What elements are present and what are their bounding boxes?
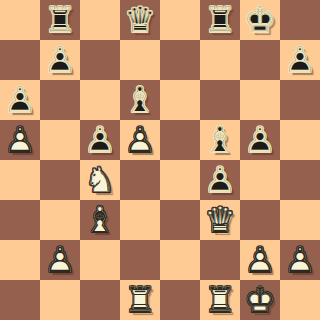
square-h7[interactable]: ♟♙ <box>280 40 320 80</box>
piece-outline-glyph: ♔ <box>240 0 280 40</box>
square-f7[interactable] <box>200 40 240 80</box>
black-pawn-b7[interactable]: ♟♙ <box>40 40 80 80</box>
piece-outline-glyph: ♙ <box>0 120 40 160</box>
black-pawn-c5[interactable]: ♟♙ <box>80 120 120 160</box>
square-c3[interactable]: ♝♗ <box>80 200 120 240</box>
piece-outline-glyph: ♖ <box>200 280 240 320</box>
black-pawn-g5[interactable]: ♟♙ <box>240 120 280 160</box>
white-king-g1[interactable]: ♚♔ <box>240 280 280 320</box>
square-d6[interactable]: ♝♗ <box>120 80 160 120</box>
square-f5[interactable]: ♝♗ <box>200 120 240 160</box>
white-rook-d1[interactable]: ♜♖ <box>120 280 160 320</box>
white-pawn-d5[interactable]: ♟♙ <box>120 120 160 160</box>
square-g2[interactable]: ♟♙ <box>240 240 280 280</box>
black-rook-b8[interactable]: ♜♖ <box>40 0 80 40</box>
black-rook-f8[interactable]: ♜♖ <box>200 0 240 40</box>
piece-outline-glyph: ♙ <box>280 240 320 280</box>
square-g6[interactable] <box>240 80 280 120</box>
square-b7[interactable]: ♟♙ <box>40 40 80 80</box>
square-d3[interactable] <box>120 200 160 240</box>
square-h8[interactable] <box>280 0 320 40</box>
piece-outline-glyph: ♙ <box>200 160 240 200</box>
piece-fill-glyph: ♟ <box>80 120 120 160</box>
square-h6[interactable] <box>280 80 320 120</box>
piece-fill-glyph: ♟ <box>240 120 280 160</box>
black-bishop-f5[interactable]: ♝♗ <box>200 120 240 160</box>
white-queen-f3[interactable]: ♛♕ <box>200 200 240 240</box>
square-e8[interactable] <box>160 0 200 40</box>
black-pawn-a6[interactable]: ♟♙ <box>0 80 40 120</box>
piece-outline-glyph: ♙ <box>120 120 160 160</box>
piece-fill-glyph: ♝ <box>120 80 160 120</box>
piece-fill-glyph: ♛ <box>120 0 160 40</box>
piece-outline-glyph: ♙ <box>0 80 40 120</box>
piece-fill-glyph: ♟ <box>120 120 160 160</box>
square-b1[interactable] <box>40 280 80 320</box>
square-g7[interactable] <box>240 40 280 80</box>
piece-outline-glyph: ♙ <box>280 40 320 80</box>
square-a5[interactable]: ♟♙ <box>0 120 40 160</box>
square-e5[interactable] <box>160 120 200 160</box>
black-king-g8[interactable]: ♚♔ <box>240 0 280 40</box>
square-h3[interactable] <box>280 200 320 240</box>
white-pawn-b2[interactable]: ♟♙ <box>40 240 80 280</box>
piece-outline-glyph: ♙ <box>40 40 80 80</box>
square-a1[interactable] <box>0 280 40 320</box>
piece-outline-glyph: ♙ <box>240 120 280 160</box>
square-c7[interactable] <box>80 40 120 80</box>
piece-fill-glyph: ♝ <box>200 120 240 160</box>
black-queen-d8[interactable]: ♛♕ <box>120 0 160 40</box>
piece-outline-glyph: ♗ <box>200 120 240 160</box>
square-h1[interactable] <box>280 280 320 320</box>
white-pawn-g2[interactable]: ♟♙ <box>240 240 280 280</box>
square-b4[interactable] <box>40 160 80 200</box>
square-c6[interactable] <box>80 80 120 120</box>
piece-fill-glyph: ♟ <box>280 240 320 280</box>
piece-outline-glyph: ♕ <box>120 0 160 40</box>
white-pawn-h2[interactable]: ♟♙ <box>280 240 320 280</box>
square-e7[interactable] <box>160 40 200 80</box>
square-h2[interactable]: ♟♙ <box>280 240 320 280</box>
square-a2[interactable] <box>0 240 40 280</box>
square-g5[interactable]: ♟♙ <box>240 120 280 160</box>
square-f1[interactable]: ♜♖ <box>200 280 240 320</box>
square-d4[interactable] <box>120 160 160 200</box>
piece-fill-glyph: ♟ <box>0 80 40 120</box>
square-b6[interactable] <box>40 80 80 120</box>
piece-fill-glyph: ♜ <box>200 280 240 320</box>
piece-fill-glyph: ♟ <box>200 160 240 200</box>
black-pawn-f4[interactable]: ♟♙ <box>200 160 240 200</box>
piece-outline-glyph: ♙ <box>80 120 120 160</box>
piece-outline-glyph: ♙ <box>40 240 80 280</box>
square-e4[interactable] <box>160 160 200 200</box>
square-e3[interactable] <box>160 200 200 240</box>
white-rook-f1[interactable]: ♜♖ <box>200 280 240 320</box>
square-d1[interactable]: ♜♖ <box>120 280 160 320</box>
square-a7[interactable] <box>0 40 40 80</box>
white-knight-c4[interactable]: ♞♘ <box>80 160 120 200</box>
square-a6[interactable]: ♟♙ <box>0 80 40 120</box>
square-d5[interactable]: ♟♙ <box>120 120 160 160</box>
chess-board: ♜♖♛♕♜♖♚♔♟♙♟♙♟♙♝♗♟♙♟♙♟♙♝♗♟♙♞♘♟♙♝♗♛♕♟♙♟♙♟♙… <box>0 0 320 320</box>
square-g4[interactable] <box>240 160 280 200</box>
piece-outline-glyph: ♗ <box>80 200 120 240</box>
piece-fill-glyph: ♞ <box>80 160 120 200</box>
piece-fill-glyph: ♚ <box>240 0 280 40</box>
square-g1[interactable]: ♚♔ <box>240 280 280 320</box>
white-bishop-c3[interactable]: ♝♗ <box>80 200 120 240</box>
piece-fill-glyph: ♟ <box>280 40 320 80</box>
square-e1[interactable] <box>160 280 200 320</box>
square-d7[interactable] <box>120 40 160 80</box>
square-h4[interactable] <box>280 160 320 200</box>
square-b8[interactable]: ♜♖ <box>40 0 80 40</box>
square-f3[interactable]: ♛♕ <box>200 200 240 240</box>
piece-outline-glyph: ♖ <box>120 280 160 320</box>
piece-fill-glyph: ♚ <box>240 280 280 320</box>
square-f8[interactable]: ♜♖ <box>200 0 240 40</box>
square-c2[interactable] <box>80 240 120 280</box>
square-b3[interactable] <box>40 200 80 240</box>
square-f2[interactable] <box>200 240 240 280</box>
piece-fill-glyph: ♟ <box>240 240 280 280</box>
square-c1[interactable] <box>80 280 120 320</box>
piece-fill-glyph: ♜ <box>120 280 160 320</box>
square-e2[interactable] <box>160 240 200 280</box>
black-bishop-d6[interactable]: ♝♗ <box>120 80 160 120</box>
black-pawn-h7[interactable]: ♟♙ <box>280 40 320 80</box>
square-d2[interactable] <box>120 240 160 280</box>
square-d8[interactable]: ♛♕ <box>120 0 160 40</box>
square-a4[interactable] <box>0 160 40 200</box>
piece-outline-glyph: ♖ <box>40 0 80 40</box>
square-b5[interactable] <box>40 120 80 160</box>
square-a3[interactable] <box>0 200 40 240</box>
square-c5[interactable]: ♟♙ <box>80 120 120 160</box>
piece-outline-glyph: ♕ <box>200 200 240 240</box>
piece-fill-glyph: ♟ <box>40 40 80 80</box>
square-e6[interactable] <box>160 80 200 120</box>
piece-fill-glyph: ♟ <box>40 240 80 280</box>
piece-fill-glyph: ♟ <box>0 120 40 160</box>
piece-outline-glyph: ♖ <box>200 0 240 40</box>
square-g8[interactable]: ♚♔ <box>240 0 280 40</box>
square-c4[interactable]: ♞♘ <box>80 160 120 200</box>
piece-outline-glyph: ♗ <box>120 80 160 120</box>
piece-fill-glyph: ♝ <box>80 200 120 240</box>
square-c8[interactable] <box>80 0 120 40</box>
square-h5[interactable] <box>280 120 320 160</box>
piece-fill-glyph: ♜ <box>200 0 240 40</box>
piece-outline-glyph: ♔ <box>240 280 280 320</box>
piece-outline-glyph: ♙ <box>240 240 280 280</box>
piece-fill-glyph: ♛ <box>200 200 240 240</box>
square-f6[interactable] <box>200 80 240 120</box>
piece-outline-glyph: ♘ <box>80 160 120 200</box>
square-f4[interactable]: ♟♙ <box>200 160 240 200</box>
white-pawn-a5[interactable]: ♟♙ <box>0 120 40 160</box>
square-b2[interactable]: ♟♙ <box>40 240 80 280</box>
square-g3[interactable] <box>240 200 280 240</box>
piece-fill-glyph: ♜ <box>40 0 80 40</box>
square-a8[interactable] <box>0 0 40 40</box>
